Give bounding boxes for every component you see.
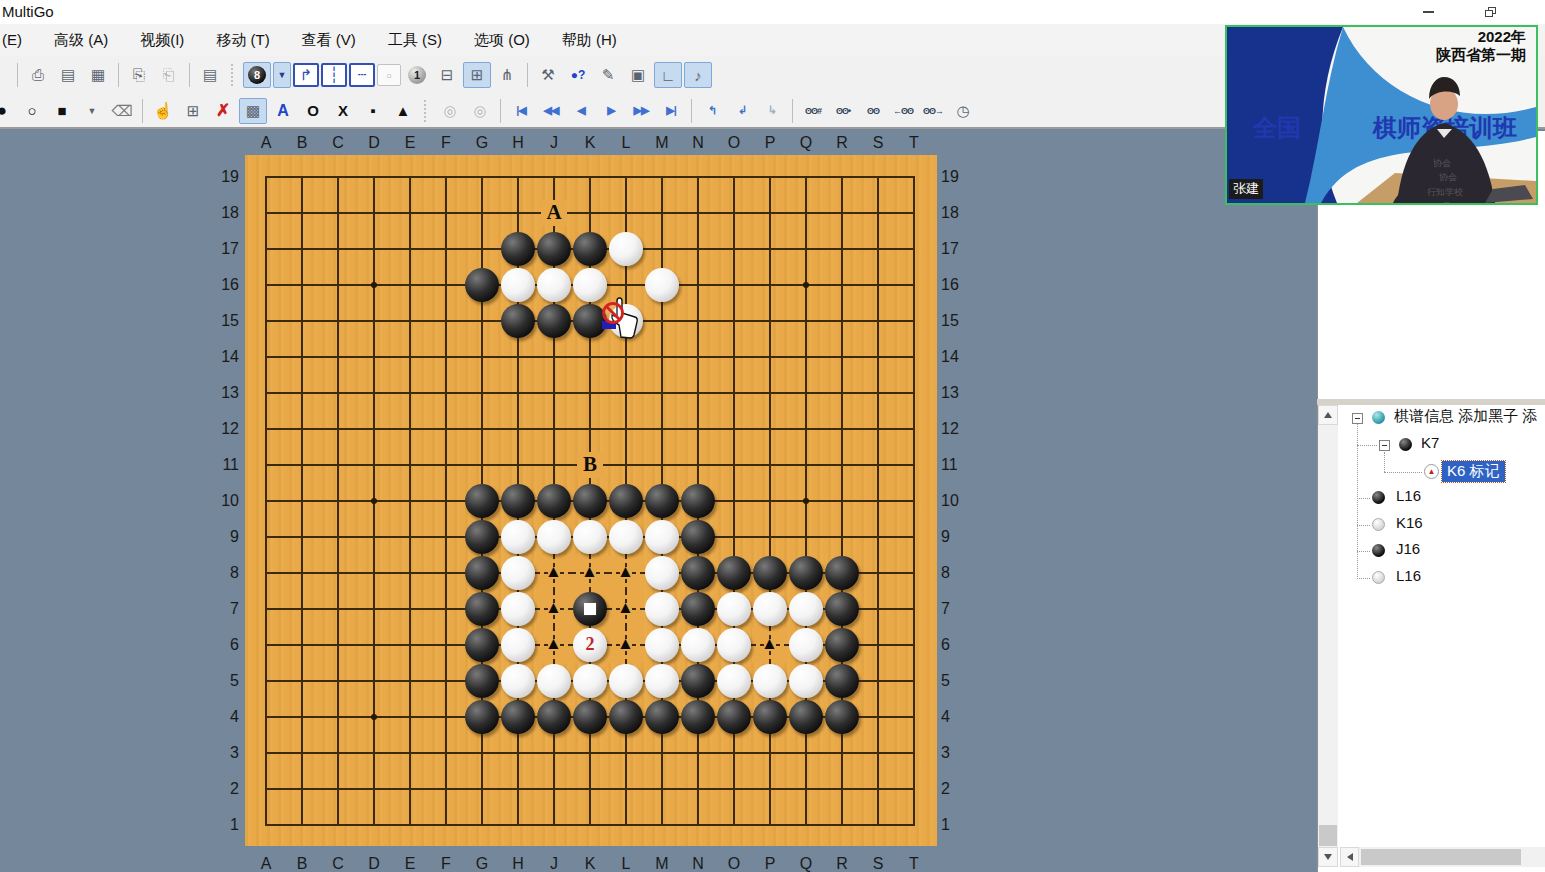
video-small-text-4: 一月 <box>1433 200 1451 205</box>
left-arrow-icon <box>1347 853 1353 861</box>
coord-col-top-A: A <box>256 134 276 152</box>
tbm-separator <box>527 63 528 87</box>
restore-icon <box>1485 7 1496 17</box>
find-next-button[interactable]: ʘʘ→ <box>919 98 947 124</box>
tbm-separator <box>189 63 190 87</box>
coord-row-right-5: 5 <box>941 672 975 690</box>
coord-row-left-4: 4 <box>205 708 239 726</box>
coord-row-left-16: 16 <box>205 276 239 294</box>
coord-row-right-3: 3 <box>941 744 975 762</box>
coord-col-top-N: N <box>688 134 708 152</box>
coord-row-right-11: 11 <box>941 456 975 474</box>
coord-row-left-18: 18 <box>205 204 239 222</box>
coord-col-bottom-M: M <box>652 855 672 872</box>
eight-ball-icon: 8 <box>248 66 266 84</box>
restore-button[interactable] <box>1470 0 1510 23</box>
coord-row-right-17: 17 <box>941 240 975 258</box>
export-image-button[interactable]: ▦ <box>84 62 112 88</box>
coord-row-left-6: 6 <box>205 636 239 654</box>
coord-col-top-K: K <box>580 134 600 152</box>
coord-col-bottom-A: A <box>256 855 276 872</box>
coord-row-right-4: 4 <box>941 708 975 726</box>
coord-col-bottom-K: K <box>580 855 600 872</box>
coord-row-right-1: 1 <box>941 816 975 834</box>
coord-col-top-S: S <box>868 134 888 152</box>
menu-item-6[interactable]: 工具 (S) <box>372 24 458 56</box>
coord-col-bottom-S: S <box>868 855 888 872</box>
presenter-figure <box>1227 27 1536 203</box>
eight-ball-dropdown[interactable]: ▼ <box>273 62 291 88</box>
coord-row-right-19: 19 <box>941 168 975 186</box>
video-small-text-2: 协会 <box>1439 171 1457 184</box>
panel-bottom-button[interactable]: ┄ <box>349 63 375 87</box>
label-letter-tool[interactable]: A <box>269 98 297 124</box>
menu-item-2[interactable]: 高级 (A) <box>38 24 124 56</box>
paste-button[interactable]: ⎗ <box>155 62 183 88</box>
eraser-tool[interactable]: ⌫ <box>108 98 136 124</box>
tbe-separator <box>792 99 793 123</box>
coord-col-bottom-H: H <box>508 855 528 872</box>
marker-dropdown[interactable]: ▼ <box>78 98 106 124</box>
first-move-button[interactable]: |◀ <box>507 98 535 124</box>
print-preview-button[interactable]: ▤ <box>54 62 82 88</box>
minimize-button[interactable] <box>1408 0 1448 23</box>
forward-button[interactable]: ▶ <box>597 98 625 124</box>
coord-col-top-L: L <box>616 134 636 152</box>
edit-mode-button[interactable]: ✎ <box>594 62 622 88</box>
menu-item-8[interactable]: 帮助 (H) <box>546 24 633 56</box>
pan-hand-tool[interactable]: ☝ <box>149 98 177 124</box>
coord-col-top-O: O <box>724 134 744 152</box>
coord-row-right-2: 2 <box>941 780 975 798</box>
back-button[interactable]: ◀ <box>567 98 595 124</box>
fast-forward-button[interactable]: ▶▶ <box>627 98 655 124</box>
coord-row-right-7: 7 <box>941 600 975 618</box>
coord-row-left-11: 11 <box>205 456 239 474</box>
coord-col-top-C: C <box>328 134 348 152</box>
node-l16-b[interactable]: L16 <box>1396 567 1421 584</box>
coord-col-bottom-T: T <box>904 855 924 872</box>
board-display-button[interactable]: ▣ <box>624 62 652 88</box>
coord-row-left-9: 9 <box>205 528 239 546</box>
move-number-button[interactable]: 1 <box>403 62 431 88</box>
menu-item-5[interactable]: 查看 (V) <box>286 24 372 56</box>
node-k16[interactable]: K16 <box>1396 514 1423 531</box>
dither-pattern-tool[interactable]: ▩ <box>239 98 267 124</box>
insert-node-button[interactable]: ⊞ <box>179 98 207 124</box>
window-title: MultiGo <box>2 3 54 20</box>
coord-col-top-G: G <box>472 134 492 152</box>
coord-col-bottom-D: D <box>364 855 384 872</box>
coord-col-top-Q: Q <box>796 134 816 152</box>
up-variation-button[interactable]: ↰ <box>698 98 726 124</box>
coord-col-top-P: P <box>760 134 780 152</box>
coord-col-bottom-B: B <box>292 855 312 872</box>
up-arrow-icon <box>1324 412 1332 418</box>
coord-row-left-12: 12 <box>205 420 239 438</box>
coord-col-bottom-F: F <box>436 855 456 872</box>
coord-row-right-16: 16 <box>941 276 975 294</box>
rotate-ccw-button[interactable]: ◎ <box>436 98 464 124</box>
marker-square-tool[interactable]: ■ <box>48 98 76 124</box>
coord-col-top-T: T <box>904 134 924 152</box>
coord-col-top-H: H <box>508 134 528 152</box>
coord-col-top-J: J <box>544 134 564 152</box>
square-mark-tool[interactable]: ▪ <box>359 98 387 124</box>
coordinates-button[interactable]: ∟ <box>654 62 682 88</box>
coord-col-top-B: B <box>292 134 312 152</box>
coord-row-right-14: 14 <box>941 348 975 366</box>
coord-row-right-10: 10 <box>941 492 975 510</box>
coord-row-left-17: 17 <box>205 240 239 258</box>
rotate-cw-button[interactable]: ◎ <box>466 98 494 124</box>
mouse-cursor-no-drop <box>596 290 642 342</box>
coord-row-left-3: 3 <box>205 744 239 762</box>
coord-row-left-14: 14 <box>205 348 239 366</box>
x-mark-tool[interactable]: X <box>329 98 357 124</box>
node-j16[interactable]: J16 <box>1396 540 1420 557</box>
coord-col-bottom-C: C <box>328 855 348 872</box>
coord-col-bottom-N: N <box>688 855 708 872</box>
coord-col-bottom-G: G <box>472 855 492 872</box>
coord-col-top-D: D <box>364 134 384 152</box>
copy-button[interactable]: ⎘ <box>125 62 153 88</box>
last-move-button[interactable]: ▶| <box>657 98 685 124</box>
go-board[interactable] <box>245 155 937 846</box>
tree-scroll-left-button[interactable] <box>1340 847 1359 867</box>
number-one-icon: 1 <box>408 66 426 84</box>
tree-layout-button[interactable]: ⋔ <box>493 62 521 88</box>
tbe-separator <box>500 99 501 123</box>
tbm-separator <box>17 63 18 87</box>
find-point-button[interactable]: ʘʘ• <box>829 98 857 124</box>
panel-off-button[interactable]: ▫ <box>377 64 401 86</box>
coord-col-bottom-L: L <box>616 855 636 872</box>
coord-col-bottom-R: R <box>832 855 852 872</box>
coord-col-bottom-P: P <box>760 855 780 872</box>
coord-col-bottom-O: O <box>724 855 744 872</box>
coord-row-left-10: 10 <box>205 492 239 510</box>
fast-back-button[interactable]: ◀◀ <box>537 98 565 124</box>
coord-row-right-8: 8 <box>941 564 975 582</box>
game-info-button[interactable]: ▤ <box>196 62 224 88</box>
tree-scroll-up-button[interactable] <box>1318 405 1338 425</box>
coord-row-right-18: 18 <box>941 204 975 222</box>
menu-item-7[interactable]: 选项 (O) <box>458 24 546 56</box>
coord-row-right-9: 9 <box>941 528 975 546</box>
delete-node-button[interactable]: ✗ <box>209 98 237 124</box>
find-comment-button[interactable]: ʘʘ <box>859 98 887 124</box>
coord-row-left-2: 2 <box>205 780 239 798</box>
tree-scroll-down-button[interactable] <box>1318 847 1338 867</box>
coord-col-top-R: R <box>832 134 852 152</box>
coord-col-top-M: M <box>652 134 672 152</box>
video-small-text-3: 行知学校 <box>1427 186 1463 199</box>
coord-row-left-19: 19 <box>205 168 239 186</box>
black-stone-tool[interactable]: ● <box>0 98 16 124</box>
tree-dock-button[interactable]: ⊞ <box>463 62 491 88</box>
tree-hscroll-thumb[interactable] <box>1361 849 1521 865</box>
sound-button[interactable]: ♪ <box>684 62 712 88</box>
game-tree-panel <box>1317 405 1545 872</box>
jump-to-move-button[interactable]: ↱ <box>293 63 319 87</box>
coord-row-right-13: 13 <box>941 384 975 402</box>
eight-ball-button[interactable]: 8 <box>243 62 271 88</box>
clipped-icon[interactable] <box>3 62 11 88</box>
tree-window-button[interactable]: ⊟ <box>433 62 461 88</box>
tree-vscroll-thumb[interactable] <box>1319 825 1337 846</box>
node-k6-mark[interactable]: K6 标记 <box>1442 461 1505 482</box>
coord-row-left-7: 7 <box>205 600 239 618</box>
coord-row-right-6: 6 <box>941 636 975 654</box>
circle-mark-tool[interactable]: O <box>299 98 327 124</box>
coord-row-left-15: 15 <box>205 312 239 330</box>
menu-item-3[interactable]: 视频(I) <box>124 24 200 56</box>
options-tools-button[interactable]: ⚒ <box>534 62 562 88</box>
tbe-separator <box>691 99 692 123</box>
node-root[interactable]: 棋谱信息 添加黑子 添 <box>1394 407 1537 426</box>
coord-col-bottom-Q: Q <box>796 855 816 872</box>
multigo-window: { "window": {"title": "MultiGo"}, "menu"… <box>0 0 1545 872</box>
panel-vertical-button[interactable]: ┆ <box>321 63 347 87</box>
video-small-text-1: 协会 <box>1433 157 1451 170</box>
tbm-separator <box>118 63 119 87</box>
coord-row-left-8: 8 <box>205 564 239 582</box>
coord-col-top-F: F <box>436 134 456 152</box>
node-l16-a[interactable]: L16 <box>1396 487 1421 504</box>
coord-row-left-1: 1 <box>205 816 239 834</box>
menu-item-1[interactable]: (E) <box>0 24 38 56</box>
title-bar: MultiGo <box>0 0 1545 25</box>
autoplay-button[interactable]: ◷ <box>949 98 977 124</box>
triangle-mark-tool[interactable]: ▲ <box>389 98 417 124</box>
next-variation-button[interactable]: ↳ <box>758 98 786 124</box>
coord-row-right-15: 15 <box>941 312 975 330</box>
print-button[interactable]: ⎙ <box>24 62 52 88</box>
tbe-separator <box>142 99 143 123</box>
coord-col-bottom-E: E <box>400 855 420 872</box>
tbe-grip <box>424 100 429 122</box>
presenter-name-tag: 张建 <box>1229 179 1263 199</box>
minimize-icon <box>1423 11 1434 13</box>
coord-row-left-5: 5 <box>205 672 239 690</box>
white-stone-tool[interactable]: ○ <box>18 98 46 124</box>
context-help-button[interactable]: ●? <box>564 62 592 88</box>
coord-col-top-E: E <box>400 134 420 152</box>
menu-item-4[interactable]: 移动 (T) <box>200 24 285 56</box>
presenter-video-overlay: 2022年 陕西省第一期 全国 棋师资培训班 协会 协会 行知学校 一月 张建 <box>1225 25 1538 205</box>
find-prev-button[interactable]: ←ʘʘ <box>889 98 917 124</box>
prev-variation-button[interactable]: ↲ <box>728 98 756 124</box>
coord-row-right-12: 12 <box>941 420 975 438</box>
coord-row-left-13: 13 <box>205 384 239 402</box>
down-arrow-icon <box>1324 854 1332 860</box>
tbm-grip <box>231 64 236 86</box>
coord-col-bottom-J: J <box>544 855 564 872</box>
node-k7[interactable]: K7 <box>1421 434 1439 451</box>
tree-vscrollbar[interactable] <box>1318 405 1338 867</box>
find-move-number-button[interactable]: ʘʘ# <box>799 98 827 124</box>
